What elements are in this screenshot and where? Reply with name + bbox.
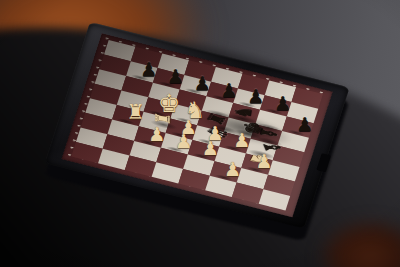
photo-scene: ♟♟♟♟♟♟♟♜♞♝♛♚♝♚♞♜♜♟♟♟♞♟♟♟♟♟	[0, 0, 400, 267]
